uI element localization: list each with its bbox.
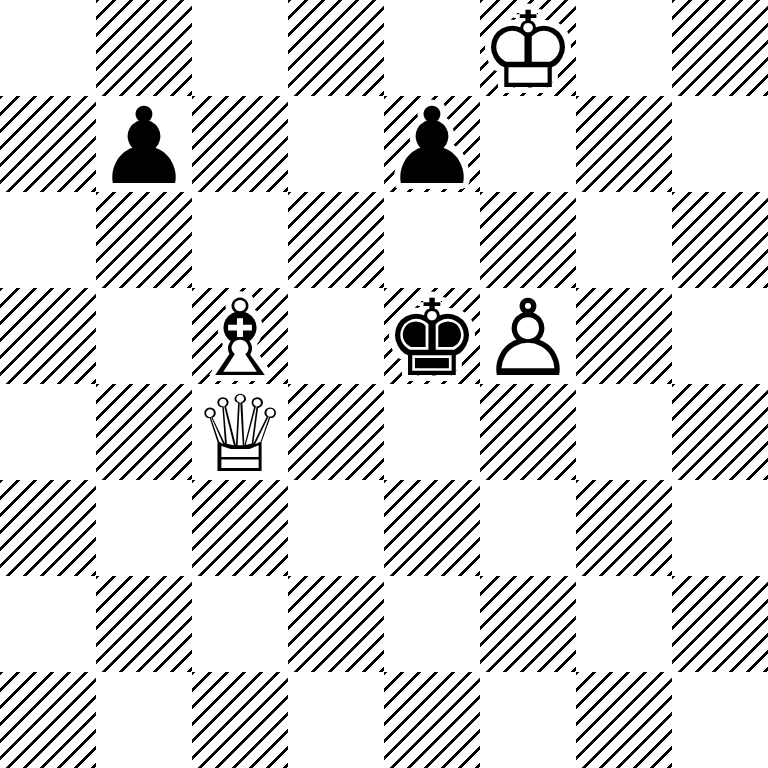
square-d6[interactable] xyxy=(288,192,384,288)
square-a4[interactable] xyxy=(0,384,96,480)
square-d2[interactable] xyxy=(288,576,384,672)
square-e1[interactable] xyxy=(384,672,480,768)
piece-white-pawn[interactable]: ♙ xyxy=(480,288,575,384)
square-e5[interactable]: ♚♚ xyxy=(384,288,480,384)
square-f7[interactable] xyxy=(480,96,576,192)
square-c3[interactable] xyxy=(192,480,288,576)
square-e6[interactable] xyxy=(384,192,480,288)
piece-white-queen[interactable]: ♕ xyxy=(192,384,287,480)
square-a6[interactable] xyxy=(0,192,96,288)
square-h6[interactable] xyxy=(672,192,768,288)
square-b3[interactable] xyxy=(96,480,192,576)
square-g8[interactable] xyxy=(576,0,672,96)
square-b5[interactable] xyxy=(96,288,192,384)
square-g6[interactable] xyxy=(576,192,672,288)
square-g5[interactable] xyxy=(576,288,672,384)
square-b8[interactable] xyxy=(96,0,192,96)
square-f3[interactable] xyxy=(480,480,576,576)
square-d7[interactable] xyxy=(288,96,384,192)
square-c1[interactable] xyxy=(192,672,288,768)
square-g3[interactable] xyxy=(576,480,672,576)
piece-white-king[interactable]: ♔ xyxy=(480,0,575,96)
square-g1[interactable] xyxy=(576,672,672,768)
square-b4[interactable] xyxy=(96,384,192,480)
square-h5[interactable] xyxy=(672,288,768,384)
square-d8[interactable] xyxy=(288,0,384,96)
square-a5[interactable] xyxy=(0,288,96,384)
piece-white-bishop[interactable]: ♗ xyxy=(192,288,287,384)
square-h4[interactable] xyxy=(672,384,768,480)
square-b2[interactable] xyxy=(96,576,192,672)
square-d5[interactable] xyxy=(288,288,384,384)
piece-black-king[interactable]: ♚ xyxy=(384,288,479,384)
square-g7[interactable] xyxy=(576,96,672,192)
chess-board: ♚♔♟♟♟♟♝♗♚♚♟♙♛♕ xyxy=(0,0,768,768)
square-f1[interactable] xyxy=(480,672,576,768)
square-c7[interactable] xyxy=(192,96,288,192)
square-a1[interactable] xyxy=(0,672,96,768)
square-f6[interactable] xyxy=(480,192,576,288)
piece-black-pawn[interactable]: ♟ xyxy=(96,96,191,192)
square-a2[interactable] xyxy=(0,576,96,672)
square-f5[interactable]: ♟♙ xyxy=(480,288,576,384)
square-d3[interactable] xyxy=(288,480,384,576)
square-c4[interactable]: ♛♕ xyxy=(192,384,288,480)
square-d4[interactable] xyxy=(288,384,384,480)
square-c2[interactable] xyxy=(192,576,288,672)
square-a8[interactable] xyxy=(0,0,96,96)
square-h2[interactable] xyxy=(672,576,768,672)
square-g4[interactable] xyxy=(576,384,672,480)
square-h3[interactable] xyxy=(672,480,768,576)
square-a3[interactable] xyxy=(0,480,96,576)
square-h1[interactable] xyxy=(672,672,768,768)
square-b6[interactable] xyxy=(96,192,192,288)
square-f4[interactable] xyxy=(480,384,576,480)
square-e8[interactable] xyxy=(384,0,480,96)
square-d1[interactable] xyxy=(288,672,384,768)
square-c8[interactable] xyxy=(192,0,288,96)
square-e4[interactable] xyxy=(384,384,480,480)
square-f2[interactable] xyxy=(480,576,576,672)
square-c5[interactable]: ♝♗ xyxy=(192,288,288,384)
square-h7[interactable] xyxy=(672,96,768,192)
square-e2[interactable] xyxy=(384,576,480,672)
square-f8[interactable]: ♚♔ xyxy=(480,0,576,96)
square-b7[interactable]: ♟♟ xyxy=(96,96,192,192)
square-c6[interactable] xyxy=(192,192,288,288)
square-g2[interactable] xyxy=(576,576,672,672)
square-b1[interactable] xyxy=(96,672,192,768)
square-e3[interactable] xyxy=(384,480,480,576)
square-a7[interactable] xyxy=(0,96,96,192)
square-e7[interactable]: ♟♟ xyxy=(384,96,480,192)
piece-black-pawn[interactable]: ♟ xyxy=(384,96,479,192)
square-h8[interactable] xyxy=(672,0,768,96)
